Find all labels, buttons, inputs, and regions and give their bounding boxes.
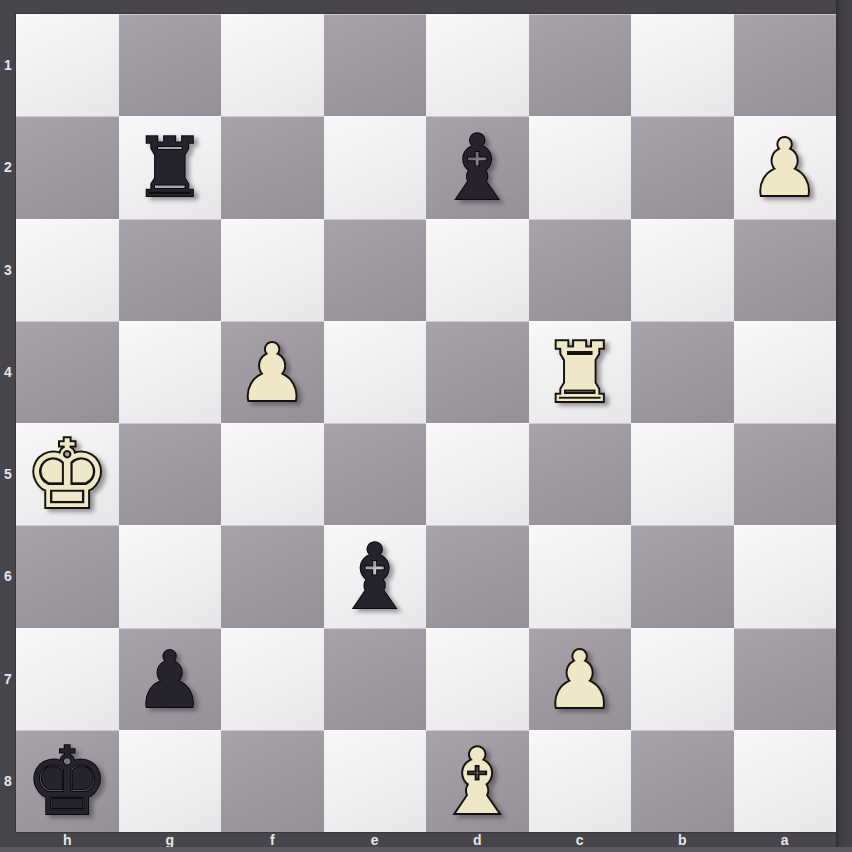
white-rook-piece[interactable]: ♜ [543,332,617,414]
square-a7[interactable] [734,628,837,730]
square-d5[interactable] [426,423,529,525]
file-label-a: a [734,832,837,848]
square-f5[interactable] [221,423,324,525]
square-e7[interactable] [324,628,427,730]
square-h6[interactable] [16,525,119,627]
square-d7[interactable] [426,628,529,730]
black-rook-piece[interactable]: ♜ [133,127,207,209]
file-label-d: d [426,832,529,848]
square-f3[interactable] [221,219,324,321]
file-label-e: e [324,832,427,848]
frame-bottom-edge [0,847,852,852]
square-h1[interactable] [16,14,119,116]
rank-label-4: 4 [0,321,16,423]
square-e6[interactable]: ♝ [324,525,427,627]
rank-labels: 12345678 [0,14,16,832]
square-b3[interactable] [631,219,734,321]
rank-label-6: 6 [0,525,16,627]
square-c2[interactable] [529,116,632,218]
square-c4[interactable]: ♜ [529,321,632,423]
square-g1[interactable] [119,14,222,116]
square-c1[interactable] [529,14,632,116]
square-h8[interactable]: ♚ [16,730,119,832]
chess-board-window: 12345678 ♜♝♟♟♜♚♝♟♟♚♝ hgfedcba [0,0,852,852]
square-f1[interactable] [221,14,324,116]
square-g3[interactable] [119,219,222,321]
white-pawn-piece[interactable]: ♟ [545,641,615,719]
rank-label-1: 1 [0,14,16,116]
square-d6[interactable] [426,525,529,627]
black-pawn-piece[interactable]: ♟ [135,641,205,719]
rank-label-5: 5 [0,423,16,525]
square-a3[interactable] [734,219,837,321]
file-label-h: h [16,832,119,848]
square-h3[interactable] [16,219,119,321]
white-bishop-piece[interactable]: ♝ [437,737,518,827]
square-b7[interactable] [631,628,734,730]
square-h2[interactable] [16,116,119,218]
square-f6[interactable] [221,525,324,627]
square-h5[interactable]: ♚ [16,423,119,525]
white-king-piece[interactable]: ♚ [25,428,109,522]
file-label-g: g [119,832,222,848]
square-c7[interactable]: ♟ [529,628,632,730]
square-a6[interactable] [734,525,837,627]
square-f2[interactable] [221,116,324,218]
file-label-c: c [529,832,632,848]
file-labels: hgfedcba [16,832,836,847]
square-a2[interactable]: ♟ [734,116,837,218]
board[interactable]: ♜♝♟♟♜♚♝♟♟♚♝ [16,14,836,832]
rank-label-2: 2 [0,116,16,218]
square-g8[interactable] [119,730,222,832]
square-h4[interactable] [16,321,119,423]
square-e5[interactable] [324,423,427,525]
square-d3[interactable] [426,219,529,321]
rank-label-7: 7 [0,628,16,730]
black-king-piece[interactable]: ♚ [25,735,109,829]
square-e1[interactable] [324,14,427,116]
square-g5[interactable] [119,423,222,525]
square-a4[interactable] [734,321,837,423]
square-g2[interactable]: ♜ [119,116,222,218]
square-e3[interactable] [324,219,427,321]
square-c3[interactable] [529,219,632,321]
square-c5[interactable] [529,423,632,525]
square-b5[interactable] [631,423,734,525]
square-e4[interactable] [324,321,427,423]
rank-label-3: 3 [0,219,16,321]
square-c6[interactable] [529,525,632,627]
black-bishop-piece[interactable]: ♝ [334,532,415,622]
file-label-b: b [631,832,734,848]
square-g7[interactable]: ♟ [119,628,222,730]
square-b1[interactable] [631,14,734,116]
square-g4[interactable] [119,321,222,423]
square-f4[interactable]: ♟ [221,321,324,423]
square-h7[interactable] [16,628,119,730]
square-d1[interactable] [426,14,529,116]
square-b2[interactable] [631,116,734,218]
square-a5[interactable] [734,423,837,525]
square-d4[interactable] [426,321,529,423]
square-b8[interactable] [631,730,734,832]
rank-label-8: 8 [0,730,16,832]
square-f7[interactable] [221,628,324,730]
frame-right-shade [836,0,852,852]
square-c8[interactable] [529,730,632,832]
square-f8[interactable] [221,730,324,832]
square-b4[interactable] [631,321,734,423]
square-a1[interactable] [734,14,837,116]
square-b6[interactable] [631,525,734,627]
square-e8[interactable] [324,730,427,832]
square-e2[interactable] [324,116,427,218]
square-g6[interactable] [119,525,222,627]
white-pawn-piece[interactable]: ♟ [237,334,307,412]
black-bishop-piece[interactable]: ♝ [437,123,518,213]
file-label-f: f [221,832,324,848]
square-d2[interactable]: ♝ [426,116,529,218]
white-pawn-piece[interactable]: ♟ [750,129,820,207]
square-d8[interactable]: ♝ [426,730,529,832]
square-a8[interactable] [734,730,837,832]
